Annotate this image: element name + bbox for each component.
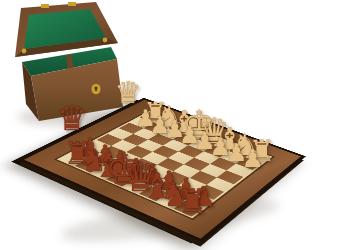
brass-corner-right (103, 38, 108, 43)
keyhole-slot-icon (95, 89, 96, 92)
brass-hinge-right (68, 2, 76, 6)
board-playing-area (60, 112, 270, 216)
brass-corner-left (22, 49, 27, 54)
brass-hinge-left (41, 4, 49, 8)
product-photo-stage: ♜♞♝♚♛♝♞♜♟♟♟♟♟♟♟♟♟♟♟♟♟♟♟♟♜♞♝♚♛♝♞♜♛♛ (0, 0, 347, 250)
